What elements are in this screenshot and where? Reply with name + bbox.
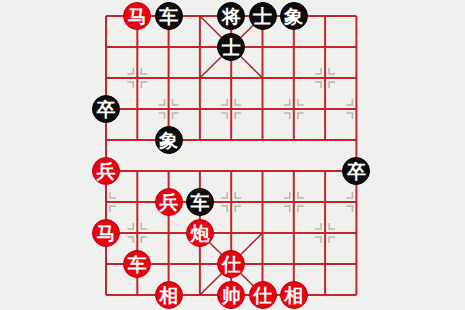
piece-glyph: 士: [222, 38, 241, 57]
piece-red-pawn[interactable]: 兵: [155, 188, 183, 216]
pieces-layer: 马车将士象士卒象兵卒兵车马炮车仕相帅仕相: [90, 1, 372, 310]
piece-black-elephant[interactable]: 象: [280, 2, 308, 30]
piece-glyph: 仕: [222, 255, 241, 274]
piece-glyph: 兵: [97, 162, 116, 181]
piece-red-pawn[interactable]: 兵: [92, 157, 120, 185]
piece-glyph: 卒: [347, 162, 366, 181]
piece-red-elephant[interactable]: 相: [280, 281, 308, 309]
piece-black-advisor[interactable]: 士: [249, 2, 277, 30]
piece-red-advisor[interactable]: 仕: [249, 281, 277, 309]
piece-glyph: 车: [128, 255, 147, 274]
piece-glyph: 将: [222, 7, 241, 26]
piece-black-general[interactable]: 将: [217, 2, 245, 30]
piece-red-advisor[interactable]: 仕: [217, 250, 245, 278]
piece-red-elephant[interactable]: 相: [155, 281, 183, 309]
piece-glyph: 马: [97, 224, 116, 243]
piece-glyph: 车: [159, 7, 178, 26]
piece-glyph: 象: [284, 7, 303, 26]
xiangqi-diagram: 马车将士象士卒象兵卒兵车马炮车仕相帅仕相: [0, 0, 465, 310]
piece-glyph: 象: [159, 131, 178, 150]
piece-black-pawn[interactable]: 卒: [342, 157, 370, 185]
piece-glyph: 士: [253, 7, 272, 26]
piece-black-chariot[interactable]: 车: [186, 188, 214, 216]
piece-glyph: 帅: [222, 286, 241, 305]
piece-glyph: 相: [284, 286, 303, 305]
piece-glyph: 兵: [159, 193, 178, 212]
piece-black-elephant[interactable]: 象: [155, 126, 183, 154]
piece-red-horse[interactable]: 马: [92, 219, 120, 247]
piece-red-cannon[interactable]: 炮: [186, 219, 214, 247]
piece-black-pawn[interactable]: 卒: [92, 95, 120, 123]
piece-red-chariot[interactable]: 车: [123, 250, 151, 278]
piece-glyph: 马: [128, 7, 147, 26]
piece-glyph: 车: [190, 193, 209, 212]
piece-red-horse[interactable]: 马: [123, 2, 151, 30]
piece-glyph: 卒: [97, 100, 116, 119]
piece-black-advisor[interactable]: 士: [217, 33, 245, 61]
piece-glyph: 炮: [190, 224, 209, 243]
piece-glyph: 仕: [253, 286, 272, 305]
piece-black-chariot[interactable]: 车: [155, 2, 183, 30]
piece-glyph: 相: [159, 286, 178, 305]
piece-red-general[interactable]: 帅: [217, 281, 245, 309]
